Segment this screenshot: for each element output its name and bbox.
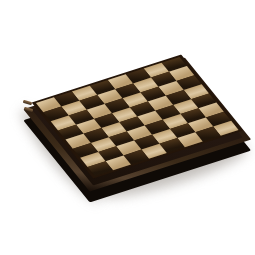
photo-stage [0, 0, 255, 255]
hinge-icon [23, 100, 32, 105]
